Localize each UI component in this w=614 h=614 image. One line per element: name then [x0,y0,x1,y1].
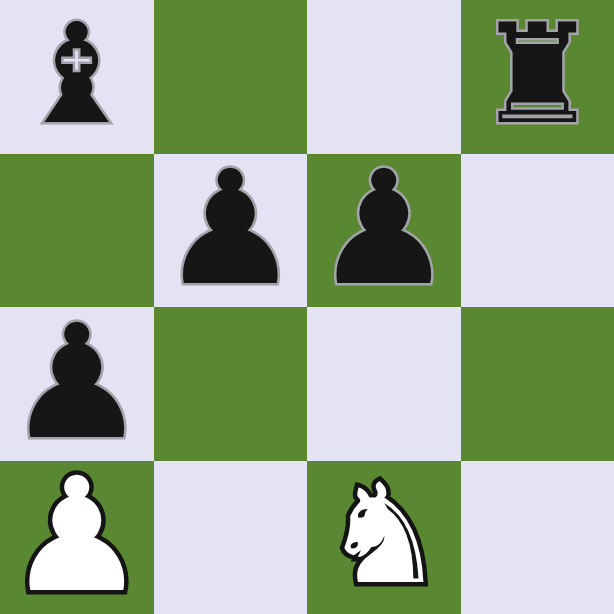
black-pawn-piece[interactable]: ♟ [313,154,455,308]
black-pawn-piece[interactable]: ♟ [6,307,148,461]
square[interactable] [154,461,308,614]
square[interactable] [461,154,614,308]
square[interactable]: ♟ [307,154,461,308]
square[interactable] [461,461,614,614]
square[interactable]: ♟ [154,154,308,308]
square[interactable] [461,307,614,461]
chess-board: ♝♜♟♟♟♟♞ [0,0,614,614]
black-pawn-piece[interactable]: ♟ [159,154,301,308]
square[interactable] [0,154,154,308]
chess-board-viewport: ♝♜♟♟♟♟♞ [0,0,614,614]
square[interactable]: ♟ [0,307,154,461]
black-bishop-piece[interactable]: ♝ [15,6,139,144]
square[interactable]: ♝ [0,0,154,154]
square[interactable]: ♜ [461,0,614,154]
white-knight-piece[interactable]: ♞ [322,466,446,604]
white-pawn-piece[interactable]: ♟ [6,461,148,614]
black-rook-piece[interactable]: ♜ [475,6,599,144]
square[interactable] [154,307,308,461]
square[interactable]: ♞ [307,461,461,614]
square[interactable] [307,0,461,154]
square[interactable] [307,307,461,461]
square[interactable]: ♟ [0,461,154,614]
square[interactable] [154,0,308,154]
